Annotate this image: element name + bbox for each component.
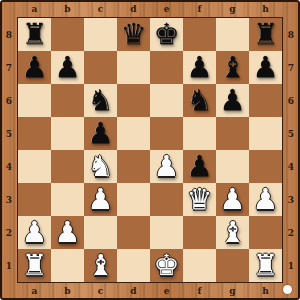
square-f7[interactable]: ♟ xyxy=(183,51,216,84)
square-c4[interactable]: ♞ xyxy=(84,150,117,183)
rank-label-left-7: 7 xyxy=(0,51,18,84)
square-d8[interactable]: ♛ xyxy=(117,18,150,51)
square-d6[interactable] xyxy=(117,84,150,117)
square-c3[interactable]: ♟ xyxy=(84,183,117,216)
rank-label-right-2: 2 xyxy=(282,216,300,249)
file-label-top-g: g xyxy=(216,0,249,18)
square-a4[interactable] xyxy=(18,150,51,183)
square-g8[interactable] xyxy=(216,18,249,51)
rank-label-left-1: 1 xyxy=(0,249,18,282)
chess-board-widget: abcdefgh abcdefgh 87654321 87654321 ♜♛♚♜… xyxy=(0,0,300,300)
square-c8[interactable] xyxy=(84,18,117,51)
white-pawn-b2[interactable]: ♟ xyxy=(51,216,84,249)
white-bishop-g2[interactable]: ♝ xyxy=(216,216,249,249)
rank-labels-right: 87654321 xyxy=(282,18,300,282)
square-a5[interactable] xyxy=(18,117,51,150)
rank-label-right-8: 8 xyxy=(282,18,300,51)
black-rook-a8[interactable]: ♜ xyxy=(18,18,51,51)
black-king-e8[interactable]: ♚ xyxy=(150,18,183,51)
square-a7[interactable]: ♟ xyxy=(18,51,51,84)
square-h3[interactable]: ♟ xyxy=(249,183,282,216)
square-e5[interactable] xyxy=(150,117,183,150)
square-h7[interactable]: ♟ xyxy=(249,51,282,84)
board: ♜♛♚♜♟♟♟♝♟♞♞♟♟♞♟♟♟♛♟♟♟♟♝♜♝♚♜ xyxy=(17,17,283,283)
black-pawn-f7[interactable]: ♟ xyxy=(183,51,216,84)
square-g7[interactable]: ♝ xyxy=(216,51,249,84)
square-b5[interactable] xyxy=(51,117,84,150)
white-pawn-h3[interactable]: ♟ xyxy=(249,183,282,216)
rank-labels-left: 87654321 xyxy=(0,18,18,282)
file-labels-top: abcdefgh xyxy=(18,0,282,18)
square-f3[interactable]: ♛ xyxy=(183,183,216,216)
square-g5[interactable] xyxy=(216,117,249,150)
square-h2[interactable] xyxy=(249,216,282,249)
square-f5[interactable] xyxy=(183,117,216,150)
square-h4[interactable] xyxy=(249,150,282,183)
white-rook-a1[interactable]: ♜ xyxy=(18,249,51,282)
file-label-top-d: d xyxy=(117,0,150,18)
square-d3[interactable] xyxy=(117,183,150,216)
white-pawn-g3[interactable]: ♟ xyxy=(216,183,249,216)
black-pawn-c5[interactable]: ♟ xyxy=(84,117,117,150)
square-h5[interactable] xyxy=(249,117,282,150)
black-pawn-g6[interactable]: ♟ xyxy=(216,84,249,117)
square-a6[interactable] xyxy=(18,84,51,117)
black-rook-h8[interactable]: ♜ xyxy=(249,18,282,51)
square-g4[interactable] xyxy=(216,150,249,183)
rank-label-right-4: 4 xyxy=(282,150,300,183)
square-h6[interactable] xyxy=(249,84,282,117)
square-f6[interactable]: ♞ xyxy=(183,84,216,117)
square-b7[interactable]: ♟ xyxy=(51,51,84,84)
square-e2[interactable] xyxy=(150,216,183,249)
file-label-top-f: f xyxy=(183,0,216,18)
square-f2[interactable] xyxy=(183,216,216,249)
black-knight-f6[interactable]: ♞ xyxy=(183,84,216,117)
rank-label-left-2: 2 xyxy=(0,216,18,249)
square-a2[interactable]: ♟ xyxy=(18,216,51,249)
rank-label-left-4: 4 xyxy=(0,150,18,183)
square-f4[interactable]: ♟ xyxy=(183,150,216,183)
square-d4[interactable] xyxy=(117,150,150,183)
square-d2[interactable] xyxy=(117,216,150,249)
square-b6[interactable] xyxy=(51,84,84,117)
file-label-bottom-g: g xyxy=(216,282,249,300)
square-d1[interactable] xyxy=(117,249,150,282)
white-knight-c4[interactable]: ♞ xyxy=(84,150,117,183)
square-c5[interactable]: ♟ xyxy=(84,117,117,150)
white-queen-f3[interactable]: ♛ xyxy=(183,183,216,216)
black-queen-d8[interactable]: ♛ xyxy=(117,18,150,51)
square-e8[interactable]: ♚ xyxy=(150,18,183,51)
rank-label-left-6: 6 xyxy=(0,84,18,117)
file-label-bottom-d: d xyxy=(117,282,150,300)
file-label-bottom-e: e xyxy=(150,282,183,300)
white-pawn-e4[interactable]: ♟ xyxy=(150,150,183,183)
white-to-move-indicator xyxy=(283,285,292,294)
square-h8[interactable]: ♜ xyxy=(249,18,282,51)
file-label-top-e: e xyxy=(150,0,183,18)
white-pawn-c3[interactable]: ♟ xyxy=(84,183,117,216)
square-b8[interactable] xyxy=(51,18,84,51)
white-rook-h1[interactable]: ♜ xyxy=(249,249,282,282)
black-knight-c6[interactable]: ♞ xyxy=(84,84,117,117)
square-c1[interactable]: ♝ xyxy=(84,249,117,282)
file-label-bottom-b: b xyxy=(51,282,84,300)
white-pawn-a2[interactable]: ♟ xyxy=(18,216,51,249)
square-b3[interactable] xyxy=(51,183,84,216)
square-a3[interactable] xyxy=(18,183,51,216)
square-b1[interactable] xyxy=(51,249,84,282)
square-a8[interactable]: ♜ xyxy=(18,18,51,51)
square-c2[interactable] xyxy=(84,216,117,249)
square-e7[interactable] xyxy=(150,51,183,84)
file-labels-bottom: abcdefgh xyxy=(18,282,282,300)
file-label-top-b: b xyxy=(51,0,84,18)
square-g3[interactable]: ♟ xyxy=(216,183,249,216)
square-g1[interactable] xyxy=(216,249,249,282)
square-e3[interactable] xyxy=(150,183,183,216)
black-pawn-a7[interactable]: ♟ xyxy=(18,51,51,84)
square-a1[interactable]: ♜ xyxy=(18,249,51,282)
white-bishop-c1[interactable]: ♝ xyxy=(84,249,117,282)
black-bishop-g7[interactable]: ♝ xyxy=(216,51,249,84)
rank-label-right-3: 3 xyxy=(282,183,300,216)
rank-label-right-6: 6 xyxy=(282,84,300,117)
square-g6[interactable]: ♟ xyxy=(216,84,249,117)
rank-label-right-5: 5 xyxy=(282,117,300,150)
square-b4[interactable] xyxy=(51,150,84,183)
file-label-bottom-h: h xyxy=(249,282,282,300)
file-label-bottom-a: a xyxy=(18,282,51,300)
black-pawn-h7[interactable]: ♟ xyxy=(249,51,282,84)
black-pawn-b7[interactable]: ♟ xyxy=(51,51,84,84)
file-label-top-h: h xyxy=(249,0,282,18)
black-pawn-f4[interactable]: ♟ xyxy=(183,150,216,183)
square-c6[interactable]: ♞ xyxy=(84,84,117,117)
square-c7[interactable] xyxy=(84,51,117,84)
square-b2[interactable]: ♟ xyxy=(51,216,84,249)
file-label-bottom-c: c xyxy=(84,282,117,300)
file-label-top-a: a xyxy=(18,0,51,18)
rank-label-left-3: 3 xyxy=(0,183,18,216)
rank-label-left-8: 8 xyxy=(0,18,18,51)
square-h1[interactable]: ♜ xyxy=(249,249,282,282)
square-e4[interactable]: ♟ xyxy=(150,150,183,183)
square-e1[interactable]: ♚ xyxy=(150,249,183,282)
square-f8[interactable] xyxy=(183,18,216,51)
rank-label-left-5: 5 xyxy=(0,117,18,150)
file-label-bottom-f: f xyxy=(183,282,216,300)
square-d7[interactable] xyxy=(117,51,150,84)
square-f1[interactable] xyxy=(183,249,216,282)
square-d5[interactable] xyxy=(117,117,150,150)
rank-label-right-1: 1 xyxy=(282,249,300,282)
rank-label-right-7: 7 xyxy=(282,51,300,84)
square-g2[interactable]: ♝ xyxy=(216,216,249,249)
square-e6[interactable] xyxy=(150,84,183,117)
white-king-e1[interactable]: ♚ xyxy=(150,249,183,282)
file-label-top-c: c xyxy=(84,0,117,18)
